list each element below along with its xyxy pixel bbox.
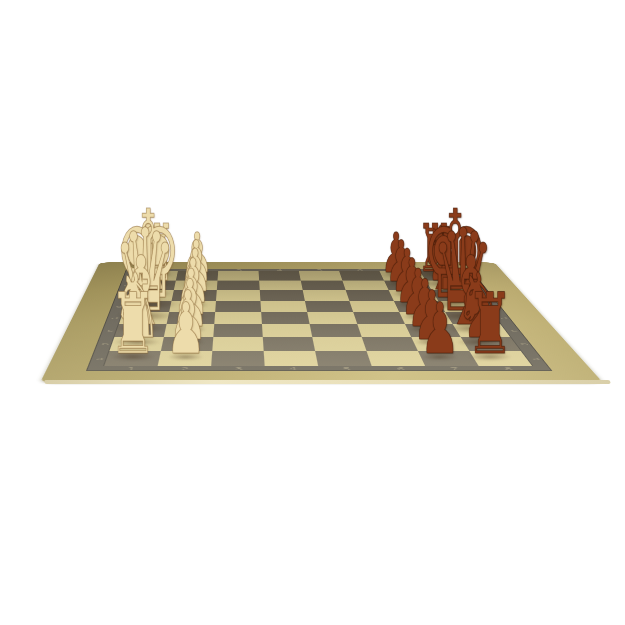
square-b6 xyxy=(362,337,418,351)
square-g5 xyxy=(301,281,346,291)
coordinate-label-a: a xyxy=(530,357,541,361)
square-f2 xyxy=(172,290,217,300)
square-f7 xyxy=(389,290,438,300)
coordinate-label-6: 6 xyxy=(396,367,406,371)
square-h4 xyxy=(259,271,301,280)
square-e6 xyxy=(349,301,399,312)
square-d3 xyxy=(214,312,262,324)
coordinate-label-b: b xyxy=(101,342,110,345)
square-f3 xyxy=(216,290,260,300)
square-f8 xyxy=(432,290,483,300)
square-h7 xyxy=(380,271,426,280)
coordinate-label-a: a xyxy=(95,357,104,361)
square-a4 xyxy=(264,351,318,366)
square-e1 xyxy=(123,301,171,312)
chess-board: 11aa22bb33cc44dd55ee66ff77gg88hh xyxy=(40,262,603,383)
product-photo: 11aa22bb33cc44dd55ee66ff77gg88hh ♜♞♝♛♚♝♞… xyxy=(0,0,625,625)
square-e2 xyxy=(169,301,216,312)
coordinate-label-e: e xyxy=(115,305,123,308)
coordinate-label-3: 3 xyxy=(235,367,243,371)
square-g6 xyxy=(342,281,388,291)
coordinate-label-4: 4 xyxy=(289,367,298,371)
square-b7 xyxy=(411,337,469,351)
square-d2 xyxy=(167,312,216,324)
coordinate-label-g: g xyxy=(474,284,482,286)
square-a8 xyxy=(469,351,532,366)
coordinate-label-f: f xyxy=(121,294,126,297)
coordinate-label-5: 5 xyxy=(342,367,351,371)
square-d8 xyxy=(445,312,500,324)
coordinate-label-7: 7 xyxy=(449,367,459,371)
square-c6 xyxy=(357,324,411,337)
square-d5 xyxy=(307,312,357,324)
square-g7 xyxy=(384,281,432,291)
coordinate-label-g: g xyxy=(123,284,130,286)
square-a5 xyxy=(315,351,372,366)
coordinate-label-8: 8 xyxy=(503,367,514,371)
square-f1 xyxy=(127,290,174,300)
square-c7 xyxy=(405,324,461,337)
square-c4 xyxy=(262,324,312,337)
square-g3 xyxy=(217,281,260,291)
square-c8 xyxy=(453,324,510,337)
square-b3 xyxy=(212,337,263,351)
coordinate-label-2: 2 xyxy=(181,367,190,371)
coordinate-label-h: h xyxy=(467,275,475,277)
square-a3 xyxy=(211,351,264,366)
square-b2 xyxy=(161,337,213,351)
square-d1 xyxy=(119,312,169,324)
square-c3 xyxy=(213,324,262,337)
square-g8 xyxy=(426,281,475,291)
board-mat: 11aa22bb33cc44dd55ee66ff77gg88hh xyxy=(40,262,603,383)
board-perspective-wrapper: 11aa22bb33cc44dd55ee66ff77gg88hh xyxy=(0,0,625,625)
square-h5 xyxy=(299,271,343,280)
square-d6 xyxy=(353,312,405,324)
square-h1 xyxy=(134,271,178,280)
square-a6 xyxy=(366,351,425,366)
coordinate-label-d: d xyxy=(111,317,119,320)
square-b4 xyxy=(263,337,315,351)
square-b8 xyxy=(461,337,521,351)
square-c1 xyxy=(114,324,166,337)
square-h8 xyxy=(420,271,467,280)
square-a2 xyxy=(158,351,213,366)
square-b5 xyxy=(312,337,366,351)
square-e8 xyxy=(438,301,491,312)
square-d7 xyxy=(399,312,452,324)
coordinate-label-h: h xyxy=(127,275,134,277)
square-g4 xyxy=(259,281,303,291)
board-front-edge xyxy=(44,380,611,384)
square-h2 xyxy=(176,271,218,280)
square-b1 xyxy=(109,337,163,351)
square-d4 xyxy=(261,312,309,324)
square-f4 xyxy=(260,290,305,300)
square-c2 xyxy=(164,324,214,337)
coordinate-label-e: e xyxy=(491,305,500,308)
square-h3 xyxy=(218,271,260,280)
square-g1 xyxy=(131,281,176,291)
square-f6 xyxy=(346,290,394,300)
square-a7 xyxy=(418,351,479,366)
square-g2 xyxy=(174,281,218,291)
square-c5 xyxy=(310,324,362,337)
square-a1 xyxy=(104,351,161,366)
square-e4 xyxy=(260,301,307,312)
square-e3 xyxy=(215,301,261,312)
coordinate-label-b: b xyxy=(519,342,529,345)
coordinate-label-f: f xyxy=(484,294,490,297)
board-grid xyxy=(104,271,532,366)
square-e7 xyxy=(394,301,445,312)
coordinate-label-1: 1 xyxy=(127,367,136,371)
square-e5 xyxy=(305,301,353,312)
coordinate-label-c: c xyxy=(509,329,518,332)
coordinate-label-c: c xyxy=(106,329,114,332)
square-h6 xyxy=(339,271,384,280)
square-f5 xyxy=(303,290,350,300)
coordinate-label-d: d xyxy=(499,317,508,320)
